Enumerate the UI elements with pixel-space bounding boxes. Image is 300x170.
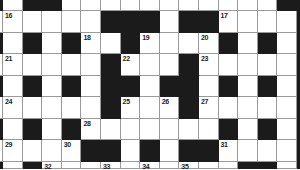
white-cell[interactable] — [160, 162, 180, 170]
black-cell — [297, 97, 300, 119]
black-cell — [219, 76, 239, 98]
black-cell — [101, 54, 121, 76]
white-cell[interactable] — [277, 140, 297, 162]
white-cell[interactable]: 34 — [140, 162, 160, 170]
white-cell[interactable] — [199, 76, 219, 98]
white-cell[interactable] — [81, 54, 101, 76]
white-cell[interactable] — [199, 162, 219, 170]
black-cell — [179, 11, 199, 33]
white-cell[interactable]: 35 — [179, 162, 199, 170]
white-cell[interactable] — [219, 97, 239, 119]
white-cell[interactable] — [277, 76, 297, 98]
white-cell[interactable] — [121, 119, 141, 141]
white-cell[interactable] — [238, 54, 258, 76]
white-cell[interactable] — [219, 162, 239, 170]
black-cell — [297, 119, 300, 141]
white-cell[interactable] — [258, 97, 278, 119]
white-cell[interactable]: 33 — [101, 162, 121, 170]
black-cell — [121, 76, 141, 98]
white-cell[interactable] — [101, 33, 121, 55]
black-cell — [140, 11, 160, 33]
clue-number: 31 — [221, 141, 228, 148]
clue-number: 19 — [142, 34, 149, 41]
white-cell[interactable] — [62, 11, 82, 33]
black-cell — [297, 11, 300, 33]
white-cell[interactable] — [121, 140, 141, 162]
black-cell — [101, 76, 121, 98]
black-cell — [62, 33, 82, 55]
white-cell[interactable] — [238, 119, 258, 141]
black-cell — [179, 140, 199, 162]
white-cell[interactable] — [199, 119, 219, 141]
clue-number: 34 — [142, 163, 149, 170]
black-cell — [238, 162, 258, 170]
black-cell — [297, 54, 300, 76]
white-cell[interactable]: 18 — [81, 33, 101, 55]
white-cell[interactable] — [62, 162, 82, 170]
black-cell — [179, 76, 199, 98]
white-cell[interactable] — [179, 0, 199, 11]
white-cell[interactable] — [42, 97, 62, 119]
white-cell[interactable] — [81, 76, 101, 98]
clue-number: 26 — [162, 98, 169, 105]
white-cell[interactable] — [42, 54, 62, 76]
black-cell — [258, 119, 278, 141]
crossword-screenshot: 1617181920212223242526272829303132333435 — [0, 0, 300, 169]
white-cell[interactable] — [277, 162, 297, 170]
white-cell[interactable] — [81, 162, 101, 170]
white-cell[interactable] — [179, 119, 199, 141]
black-cell — [140, 140, 160, 162]
black-cell — [277, 0, 297, 11]
white-cell[interactable] — [3, 76, 23, 98]
white-cell[interactable] — [101, 0, 121, 11]
white-cell[interactable] — [238, 97, 258, 119]
white-cell[interactable] — [160, 54, 180, 76]
clue-number: 16 — [5, 12, 12, 19]
white-cell[interactable]: 25 — [121, 97, 141, 119]
black-cell — [62, 119, 82, 141]
black-cell — [23, 119, 43, 141]
white-cell[interactable] — [140, 0, 160, 11]
white-cell[interactable] — [238, 11, 258, 33]
black-cell — [297, 76, 300, 98]
white-cell[interactable] — [121, 162, 141, 170]
white-cell[interactable] — [277, 54, 297, 76]
clue-number: 24 — [5, 98, 12, 105]
clue-number: 33 — [103, 163, 110, 170]
white-cell[interactable]: 27 — [199, 97, 219, 119]
black-cell — [81, 140, 101, 162]
black-cell — [219, 33, 239, 55]
black-cell — [179, 97, 199, 119]
white-cell[interactable]: 23 — [199, 54, 219, 76]
black-cell — [23, 162, 43, 170]
white-cell[interactable] — [238, 76, 258, 98]
white-cell[interactable] — [258, 54, 278, 76]
white-cell[interactable] — [140, 54, 160, 76]
black-cell — [23, 76, 43, 98]
white-cell[interactable] — [81, 11, 101, 33]
clue-number: 18 — [83, 34, 90, 41]
white-cell[interactable] — [23, 54, 43, 76]
white-cell[interactable] — [238, 140, 258, 162]
black-cell — [297, 140, 300, 162]
white-cell[interactable] — [62, 54, 82, 76]
white-cell[interactable] — [62, 97, 82, 119]
white-cell[interactable] — [258, 11, 278, 33]
clue-number: 35 — [181, 163, 188, 170]
black-cell — [121, 33, 141, 55]
clue-number: 30 — [64, 141, 71, 148]
clue-number: 22 — [123, 55, 130, 62]
black-cell — [160, 76, 180, 98]
clue-number: 29 — [5, 141, 12, 148]
black-cell — [199, 140, 219, 162]
white-cell[interactable]: 26 — [160, 97, 180, 119]
clue-number: 23 — [201, 55, 208, 62]
white-cell[interactable] — [277, 33, 297, 55]
white-cell[interactable] — [23, 11, 43, 33]
white-cell[interactable] — [42, 11, 62, 33]
white-cell[interactable]: 28 — [81, 119, 101, 141]
white-cell[interactable] — [81, 97, 101, 119]
white-cell[interactable] — [42, 76, 62, 98]
white-cell[interactable] — [277, 119, 297, 141]
white-cell[interactable] — [219, 0, 239, 11]
white-cell[interactable] — [160, 33, 180, 55]
white-cell[interactable] — [238, 0, 258, 11]
black-cell — [23, 33, 43, 55]
white-cell[interactable] — [121, 0, 141, 11]
white-cell[interactable] — [101, 119, 121, 141]
white-cell[interactable] — [238, 33, 258, 55]
white-cell[interactable] — [62, 0, 82, 11]
white-cell[interactable] — [140, 76, 160, 98]
white-cell[interactable] — [199, 0, 219, 11]
white-cell[interactable] — [3, 33, 23, 55]
white-cell[interactable] — [258, 140, 278, 162]
white-cell[interactable]: 24 — [3, 97, 23, 119]
white-cell[interactable]: 32 — [42, 162, 62, 170]
black-cell — [101, 97, 121, 119]
white-cell[interactable] — [81, 0, 101, 11]
clue-number: 25 — [123, 98, 130, 105]
white-cell[interactable] — [160, 0, 180, 11]
black-cell — [121, 11, 141, 33]
white-cell[interactable]: 22 — [121, 54, 141, 76]
black-cell — [258, 33, 278, 55]
white-cell[interactable]: 29 — [3, 140, 23, 162]
white-cell[interactable]: 21 — [3, 54, 23, 76]
white-cell[interactable] — [140, 97, 160, 119]
white-cell[interactable] — [42, 140, 62, 162]
white-cell[interactable] — [140, 119, 160, 141]
black-cell — [258, 76, 278, 98]
white-cell[interactable] — [160, 11, 180, 33]
white-cell[interactable] — [277, 11, 297, 33]
white-cell[interactable] — [160, 119, 180, 141]
white-cell[interactable]: 31 — [219, 140, 239, 162]
white-cell[interactable] — [3, 0, 23, 11]
black-cell — [101, 11, 121, 33]
white-cell[interactable]: 17 — [219, 11, 239, 33]
white-cell[interactable] — [277, 97, 297, 119]
black-cell — [23, 0, 43, 11]
black-cell — [101, 140, 121, 162]
clue-number: 27 — [201, 98, 208, 105]
clue-number: 20 — [201, 34, 208, 41]
clue-number: 17 — [221, 12, 228, 19]
white-cell[interactable] — [160, 140, 180, 162]
white-cell[interactable] — [258, 0, 278, 11]
black-cell — [297, 33, 300, 55]
white-cell[interactable] — [42, 33, 62, 55]
clue-number: 21 — [5, 55, 12, 62]
white-cell[interactable] — [3, 119, 23, 141]
black-cell — [258, 162, 278, 170]
white-cell[interactable] — [23, 97, 43, 119]
white-cell[interactable] — [23, 140, 43, 162]
black-cell — [62, 76, 82, 98]
clue-number: 28 — [83, 120, 90, 127]
black-cell — [42, 0, 62, 11]
black-cell — [297, 0, 300, 11]
black-cell — [179, 54, 199, 76]
white-cell[interactable] — [3, 162, 23, 170]
black-cell — [297, 162, 300, 170]
white-cell[interactable] — [179, 33, 199, 55]
clue-number: 32 — [44, 163, 51, 170]
white-cell[interactable] — [42, 119, 62, 141]
white-cell[interactable]: 16 — [3, 11, 23, 33]
white-cell[interactable]: 19 — [140, 33, 160, 55]
crossword-grid: 1617181920212223242526272829303132333435 — [0, 0, 300, 169]
white-cell[interactable] — [219, 54, 239, 76]
black-cell — [199, 11, 219, 33]
black-cell — [219, 119, 239, 141]
white-cell[interactable]: 30 — [62, 140, 82, 162]
white-cell[interactable]: 20 — [199, 33, 219, 55]
